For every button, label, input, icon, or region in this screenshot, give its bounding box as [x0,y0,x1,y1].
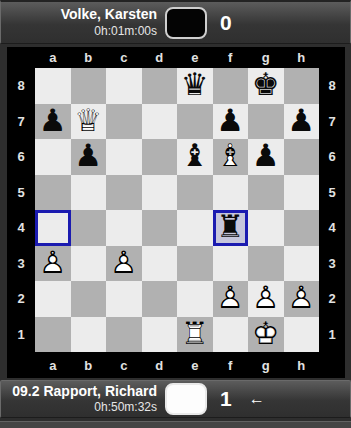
piece-bP-a7: ♟ [35,104,71,140]
square-a3: ♟♙ [35,246,71,282]
square-f3 [213,246,249,282]
rank-label-1-right: 1 [319,317,345,353]
top-player-text: Volke, Karsten 0h:01m:00s [1,6,157,39]
piece-bP-f7: ♟ [213,104,249,140]
rank-label-8-right: 8 [319,68,345,104]
square-g5 [248,175,284,211]
square-c6 [106,139,142,175]
bottom-player-color-box-white [165,383,207,415]
square-h5 [284,175,320,211]
square-e7 [177,104,213,140]
piece-wP-h2: ♟♙ [284,281,320,317]
rank-label-5-left: 5 [7,175,35,211]
square-b8 [71,68,107,104]
piece-wQ-b7: ♛♕ [71,104,107,140]
square-g6: ♟ [248,139,284,175]
piece-wP-f2: ♟♙ [213,281,249,317]
piece-wB-f6: ♝♗ [213,139,249,175]
file-label-c-top: c [106,47,142,68]
square-d4 [142,210,178,246]
piece-bP-h7: ♟ [284,104,320,140]
square-g2: ♟♙ [248,281,284,317]
piece-bP-b6: ♟ [71,139,107,175]
square-a4 [35,210,71,246]
board-frame: abcdefgh8♛♚87♟♛♕♟♟76♟♝♝♗♟6554♜43♟♙♟♙32♟♙… [7,47,345,378]
file-label-a-bottom: a [35,352,71,378]
bottom-player-clock: 0h:50m:32s [94,400,157,415]
rank-label-1-left: 1 [7,317,35,353]
square-f7: ♟ [213,104,249,140]
rank-label-4-right: 4 [319,210,345,246]
rank-label-2-right: 2 [319,281,345,317]
top-player-name: Volke, Karsten [61,6,157,24]
square-f5 [213,175,249,211]
square-h6 [284,139,320,175]
bottom-player-text: 09.2 Rapport, Richard 0h:50m:32s [1,383,157,416]
square-c4 [106,210,142,246]
square-f2: ♟♙ [213,281,249,317]
square-e3 [177,246,213,282]
square-b3 [71,246,107,282]
file-label-g-top: g [248,47,284,68]
piece-bK-g8: ♚ [248,68,284,104]
square-c5 [106,175,142,211]
bottom-player-bar: 09.2 Rapport, Richard 0h:50m:32s 1 ← [0,380,351,418]
side-to-move-arrow-icon: ← [249,390,265,408]
square-b6: ♟ [71,139,107,175]
piece-wR-e1: ♜♖ [177,317,213,353]
top-player-clock: 0h:01m:00s [94,24,157,39]
rank-label-3-right: 3 [319,246,345,282]
rank-label-6-right: 6 [319,139,345,175]
square-d2 [142,281,178,317]
top-player-color-box-black [165,7,207,39]
file-label-h-top: h [284,47,320,68]
rank-label-4-left: 4 [7,210,35,246]
file-label-e-bottom: e [177,352,213,378]
piece-bB-e6: ♝ [177,139,213,175]
board-corner [319,47,345,68]
bottom-player-score: 1 [220,387,232,411]
file-label-g-bottom: g [248,352,284,378]
square-e6: ♝ [177,139,213,175]
file-label-d-top: d [142,47,178,68]
file-label-h-bottom: h [284,352,320,378]
square-b4 [71,210,107,246]
square-f1 [213,317,249,353]
file-label-f-top: f [213,47,249,68]
square-a7: ♟ [35,104,71,140]
file-label-b-bottom: b [71,352,107,378]
square-f6: ♝♗ [213,139,249,175]
file-label-c-bottom: c [106,352,142,378]
square-d7 [142,104,178,140]
square-b5 [71,175,107,211]
square-e8: ♛ [177,68,213,104]
square-b1 [71,317,107,353]
rank-label-2-left: 2 [7,281,35,317]
square-h2: ♟♙ [284,281,320,317]
square-e5 [177,175,213,211]
square-g7 [248,104,284,140]
square-a8 [35,68,71,104]
piece-bQ-e8: ♛ [177,68,213,104]
square-g8: ♚ [248,68,284,104]
square-d1 [142,317,178,353]
square-g1: ♚♔ [248,317,284,353]
square-e4 [177,210,213,246]
piece-wP-g2: ♟♙ [248,281,284,317]
piece-wP-c3: ♟♙ [106,246,142,282]
square-c7 [106,104,142,140]
top-player-bar: Volke, Karsten 0h:01m:00s 0 [0,0,351,44]
square-c8 [106,68,142,104]
square-g4 [248,210,284,246]
rank-label-8-left: 8 [7,68,35,104]
square-a1 [35,317,71,353]
rank-label-7-right: 7 [319,104,345,140]
file-label-a-top: a [35,47,71,68]
file-label-f-bottom: f [213,352,249,378]
next-panel-edge [0,421,351,428]
square-h4 [284,210,320,246]
square-d3 [142,246,178,282]
square-h8 [284,68,320,104]
file-label-b-top: b [71,47,107,68]
top-player-score: 0 [220,11,232,35]
square-b7: ♛♕ [71,104,107,140]
square-c2 [106,281,142,317]
square-h1 [284,317,320,353]
file-label-e-top: e [177,47,213,68]
rank-label-6-left: 6 [7,139,35,175]
board-corner [7,352,35,378]
piece-wK-g1: ♚♔ [248,317,284,353]
square-f8 [213,68,249,104]
piece-bR-f4: ♜ [213,210,249,246]
square-g3 [248,246,284,282]
piece-bP-g6: ♟ [248,139,284,175]
square-e2 [177,281,213,317]
square-c3: ♟♙ [106,246,142,282]
rank-label-3-left: 3 [7,246,35,282]
square-d6 [142,139,178,175]
board: abcdefgh8♛♚87♟♛♕♟♟76♟♝♝♗♟6554♜43♟♙♟♙32♟♙… [7,47,345,378]
board-corner [7,47,35,68]
rank-label-7-left: 7 [7,104,35,140]
square-c1 [106,317,142,353]
square-f4: ♜ [213,210,249,246]
rank-label-5-right: 5 [319,175,345,211]
bottom-player-name: 09.2 Rapport, Richard [12,383,157,401]
piece-wP-a3: ♟♙ [35,246,71,282]
square-e1: ♜♖ [177,317,213,353]
square-h7: ♟ [284,104,320,140]
board-corner [319,352,345,378]
square-a6 [35,139,71,175]
file-label-d-bottom: d [142,352,178,378]
square-a2 [35,281,71,317]
square-b2 [71,281,107,317]
square-a5 [35,175,71,211]
square-h3 [284,246,320,282]
square-d8 [142,68,178,104]
square-d5 [142,175,178,211]
